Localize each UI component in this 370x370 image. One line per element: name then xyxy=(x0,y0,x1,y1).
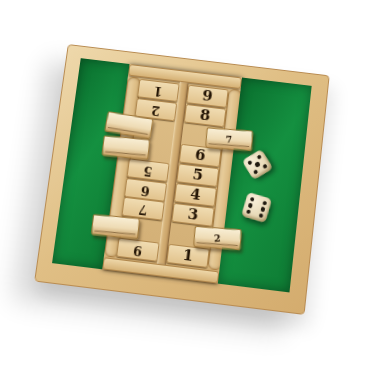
tile-far-8-up[interactable] xyxy=(91,213,140,238)
tile-number: 1 xyxy=(153,84,163,97)
tile-number: 9 xyxy=(133,243,143,257)
die-pip xyxy=(257,211,265,219)
tile-number: 3 xyxy=(187,206,199,222)
tile-near-7-up[interactable]: 7 xyxy=(205,127,253,151)
tile-number: 7 xyxy=(226,134,233,144)
tile-near-2-up[interactable]: 2 xyxy=(193,226,242,250)
tile-number: 6 xyxy=(141,183,151,196)
tile-number: 9 xyxy=(201,88,213,104)
tile-number: 8 xyxy=(199,107,211,123)
tile-number: 5 xyxy=(192,167,204,183)
die-1[interactable] xyxy=(242,149,274,180)
tile-number: 5 xyxy=(143,163,153,176)
tile-near-8-down[interactable]: 8 xyxy=(184,104,227,127)
tile-number: 4 xyxy=(189,187,201,203)
shut-the-box-board: 125679 987654321 xyxy=(34,44,330,315)
die-2[interactable] xyxy=(241,192,272,223)
box-interior: 125679 987654321 xyxy=(52,58,312,292)
tile-far-9-down[interactable]: 9 xyxy=(116,238,160,262)
tile-number: 2 xyxy=(151,103,161,116)
tile-far-4-up[interactable] xyxy=(102,135,151,160)
tile-near-3-down[interactable]: 3 xyxy=(171,202,214,226)
tile-number: 6 xyxy=(194,148,206,164)
photo-background: 125679 987654321 xyxy=(0,0,370,370)
tile-number: 7 xyxy=(138,202,148,215)
tile-number: 2 xyxy=(214,233,221,243)
tile-number: 1 xyxy=(182,248,194,264)
